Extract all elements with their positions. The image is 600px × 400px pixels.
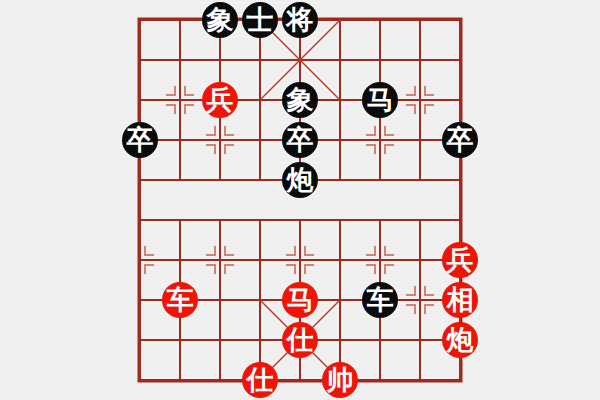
piece-black-soldier[interactable]: 卒 [442, 122, 478, 158]
piece-black-elephant[interactable]: 象 [202, 2, 238, 38]
piece-black-advisor[interactable]: 士 [242, 2, 278, 38]
piece-black-soldier[interactable]: 卒 [122, 122, 158, 158]
piece-red-chariot[interactable]: 车 [162, 282, 198, 318]
pieces-layer: 象士将兵象马卒卒卒炮兵车马车相仕炮仕帅 [0, 0, 600, 400]
piece-black-soldier[interactable]: 卒 [282, 122, 318, 158]
piece-black-elephant[interactable]: 象 [282, 82, 318, 118]
piece-red-elephant[interactable]: 相 [442, 282, 478, 318]
piece-black-cannon[interactable]: 炮 [282, 162, 318, 198]
piece-red-cannon[interactable]: 炮 [442, 322, 478, 358]
piece-red-advisor[interactable]: 仕 [242, 362, 278, 398]
piece-red-soldier[interactable]: 兵 [442, 242, 478, 278]
piece-red-advisor[interactable]: 仕 [282, 322, 318, 358]
piece-red-horse[interactable]: 马 [282, 282, 318, 318]
piece-red-soldier[interactable]: 兵 [202, 82, 238, 118]
piece-black-horse[interactable]: 马 [362, 82, 398, 118]
piece-black-general[interactable]: 将 [282, 2, 318, 38]
xiangqi-board: 象士将兵象马卒卒卒炮兵车马车相仕炮仕帅 [0, 0, 600, 400]
piece-black-chariot[interactable]: 车 [362, 282, 398, 318]
piece-red-general[interactable]: 帅 [322, 362, 358, 398]
